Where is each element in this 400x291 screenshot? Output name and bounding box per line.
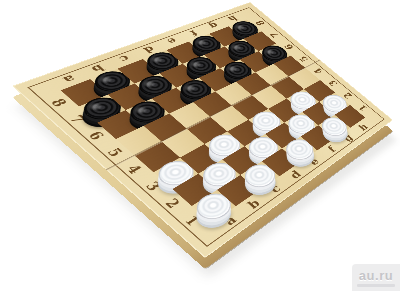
checkers-board: abcdefgh abcdefgh 87654321 87654321 bbox=[12, 2, 393, 258]
watermark-badge: au.ru bbox=[352, 264, 400, 291]
watermark-subline bbox=[357, 284, 395, 287]
watermark-text: au.ru bbox=[359, 269, 393, 282]
photo-scene: abcdefgh abcdefgh 87654321 87654321 au.r… bbox=[0, 0, 400, 291]
